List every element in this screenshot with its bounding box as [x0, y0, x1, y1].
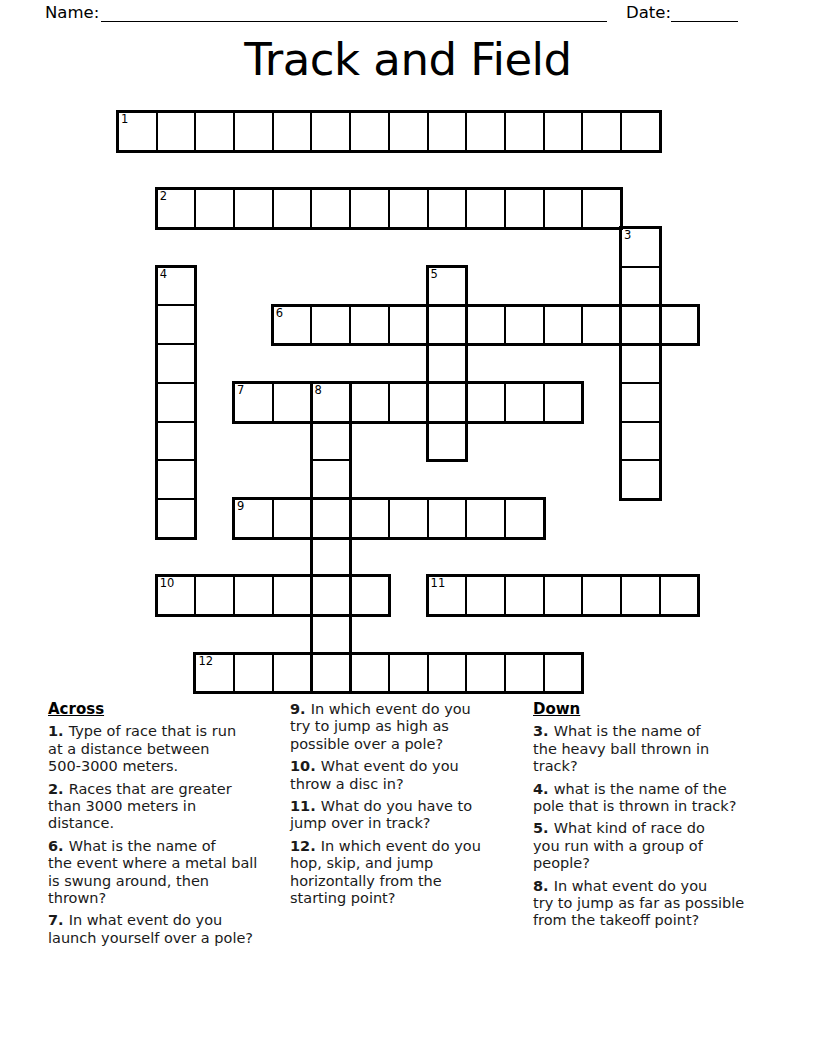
cell-r7c1[interactable] [157, 383, 196, 422]
clue-label: 3. [533, 723, 554, 739]
clue-number-3: 3 [624, 229, 631, 242]
cell-r12c10[interactable] [505, 576, 544, 615]
clue-label: 9. [290, 701, 311, 717]
clue-text: What kind of race do you run with a grou… [533, 820, 705, 871]
cell-r12c5[interactable] [311, 576, 350, 615]
clues-heading-down: Down [533, 701, 801, 718]
entry-2-across: 2 [155, 187, 623, 230]
cell-r0c7[interactable] [389, 112, 428, 151]
worksheet-page: Name: Date: Track and Field 123456789101… [0, 0, 816, 1056]
cell-r12c4[interactable] [273, 576, 312, 615]
cell-r12c13[interactable] [621, 576, 660, 615]
cell-r5c13[interactable] [621, 306, 660, 345]
cell-r2c4[interactable] [273, 189, 312, 228]
clue-number-8: 8 [315, 384, 322, 397]
cell-r2c6[interactable] [350, 189, 389, 228]
clue-4: 4. what is the name of the pole that is … [533, 781, 801, 816]
cell-r12c3[interactable] [234, 576, 273, 615]
cell-r8c8[interactable] [428, 422, 467, 461]
clue-label: 8. [533, 878, 554, 894]
clue-2: 2. Races that are greater than 3000 mete… [48, 781, 310, 833]
clue-number-1: 1 [121, 113, 128, 126]
cell-r14c4[interactable] [273, 654, 312, 693]
cell-r0c6[interactable] [350, 112, 389, 151]
cell-r5c11[interactable] [544, 306, 583, 345]
cell-r9c1[interactable] [157, 460, 196, 499]
entry-6-across: 6 [271, 304, 701, 347]
cell-r2c11[interactable] [544, 189, 583, 228]
cell-r9c13[interactable] [621, 460, 660, 499]
clue-label: 7. [48, 912, 69, 928]
entry-5-down: 5 [426, 265, 469, 463]
clue-text: Type of race that is run at a distance b… [48, 723, 236, 774]
entry-7-across: 7 [232, 381, 584, 424]
cell-r5c14[interactable] [660, 306, 699, 345]
cell-r10c5[interactable] [311, 499, 350, 538]
cell-r2c7[interactable] [389, 189, 428, 228]
cell-r12c12[interactable] [582, 576, 621, 615]
clue-number-7: 7 [237, 384, 244, 397]
clue-number-11: 11 [431, 577, 446, 590]
cell-r0c1[interactable] [157, 112, 196, 151]
cell-r0c10[interactable] [505, 112, 544, 151]
entry-11-across: 11 [426, 574, 701, 617]
cell-r7c13[interactable] [621, 383, 660, 422]
clue-text: Races that are greater than 3000 meters … [48, 781, 232, 832]
clue-number-6: 6 [276, 307, 283, 320]
clues-heading-across: Across [48, 701, 310, 718]
cell-r6c1[interactable] [157, 344, 196, 383]
cell-r10c6[interactable] [350, 499, 389, 538]
cell-r7c10[interactable] [505, 383, 544, 422]
cell-r0c11[interactable] [544, 112, 583, 151]
clue-3: 3. What is the name of the heavy ball th… [533, 723, 801, 775]
crossword-grid: 123456789101112 [0, 0, 816, 700]
cell-r4c1[interactable]: 4 [157, 267, 196, 306]
clue-text: In what event do you try to jump as far … [533, 878, 744, 929]
cell-r5c9[interactable] [466, 306, 505, 345]
clue-number-2: 2 [160, 190, 167, 203]
clue-number-5: 5 [431, 268, 438, 281]
cell-r4c13[interactable] [621, 267, 660, 306]
cell-r14c5[interactable] [311, 654, 350, 693]
cell-r9c5[interactable] [312, 460, 351, 499]
cell-r14c11[interactable] [544, 654, 583, 693]
cell-r11c5[interactable] [312, 538, 351, 577]
clue-9: 9. In which event do you try to jump as … [290, 701, 540, 753]
cell-r14c7[interactable] [389, 654, 428, 693]
cell-r7c6[interactable] [350, 383, 389, 422]
entry-9-across: 9 [232, 497, 546, 540]
cell-r7c8[interactable] [428, 383, 467, 422]
cell-r10c9[interactable] [466, 499, 505, 538]
cell-r14c6[interactable] [350, 654, 389, 693]
clue-label: 4. [533, 781, 554, 797]
clue-10: 10. What event do you throw a disc in? [290, 758, 540, 793]
clue-text: What is the name of the event where a me… [48, 838, 257, 906]
cell-r14c3[interactable] [234, 654, 273, 693]
cell-r0c13[interactable] [621, 112, 660, 151]
cell-r13c5[interactable] [312, 615, 351, 654]
cell-r10c3[interactable]: 9 [234, 499, 273, 538]
clue-label: 10. [290, 758, 321, 774]
cell-r5c4[interactable]: 6 [273, 306, 312, 345]
cell-r0c3[interactable] [234, 112, 273, 151]
clue-7: 7. In what event do you launch yourself … [48, 912, 310, 947]
cell-r7c11[interactable] [544, 383, 583, 422]
entry-10-across: 10 [155, 574, 391, 617]
cell-r5c1[interactable] [157, 305, 196, 344]
clues-column-down: Down3. What is the name of the heavy bal… [533, 701, 801, 935]
clue-label: 11. [290, 798, 321, 814]
cell-r0c5[interactable] [311, 112, 350, 151]
cell-r5c7[interactable] [389, 306, 428, 345]
cell-r10c10[interactable] [505, 499, 544, 538]
clue-label: 6. [48, 838, 69, 854]
cell-r12c11[interactable] [544, 576, 583, 615]
clue-11: 11. What do you have to jump over in tra… [290, 798, 540, 833]
cell-r6c13[interactable] [621, 344, 660, 383]
cell-r5c8[interactable] [428, 306, 467, 345]
clue-text: What is the name of the heavy ball throw… [533, 723, 709, 774]
cell-r2c10[interactable] [505, 189, 544, 228]
clue-label: 2. [48, 781, 69, 797]
cell-r8c1[interactable] [157, 422, 196, 461]
entry-12-across: 12 [193, 652, 584, 695]
cell-r4c8[interactable]: 5 [428, 267, 467, 306]
clues-column-across: Across1. Type of race that is run at a d… [48, 701, 310, 952]
clues-column-across-continued: 9. In which event do you try to jump as … [290, 701, 540, 912]
clue-number-9: 9 [237, 500, 244, 513]
cell-r7c5[interactable]: 8 [312, 383, 351, 422]
cell-r0c2[interactable] [195, 112, 234, 151]
clue-6: 6. What is the name of the event where a… [48, 838, 310, 908]
cell-r2c8[interactable] [428, 189, 467, 228]
clue-text: In which event do you try to jump as hig… [290, 701, 471, 752]
cell-r2c9[interactable] [466, 189, 505, 228]
cell-r0c4[interactable] [273, 112, 312, 151]
clue-number-12: 12 [198, 655, 213, 668]
cell-r2c1[interactable]: 2 [157, 189, 196, 228]
cell-r10c1[interactable] [157, 499, 196, 538]
cell-r7c3[interactable]: 7 [234, 383, 273, 422]
clue-8: 8. In what event do you try to jump as f… [533, 878, 801, 930]
cell-r0c0[interactable]: 1 [118, 112, 157, 151]
entry-1-across: 1 [116, 110, 662, 153]
clue-number-10: 10 [160, 577, 175, 590]
cell-r5c10[interactable] [505, 306, 544, 345]
cell-r0c12[interactable] [582, 112, 621, 151]
cell-r2c2[interactable] [195, 189, 234, 228]
cell-r14c8[interactable] [428, 654, 467, 693]
cell-r5c12[interactable] [582, 306, 621, 345]
cell-r5c6[interactable] [350, 306, 389, 345]
entry-3-down: 3 [619, 226, 662, 501]
cell-r2c12[interactable] [582, 189, 621, 228]
clue-label: 1. [48, 723, 69, 739]
cell-r14c10[interactable] [505, 654, 544, 693]
cell-r2c5[interactable] [311, 189, 350, 228]
cell-r14c9[interactable] [466, 654, 505, 693]
clue-label: 5. [533, 820, 554, 836]
cell-r12c9[interactable] [466, 576, 505, 615]
cell-r10c7[interactable] [389, 499, 428, 538]
cell-r3c13[interactable]: 3 [621, 228, 660, 267]
clue-number-4: 4 [160, 268, 167, 281]
clue-5: 5. What kind of race do you run with a g… [533, 820, 801, 872]
cell-r8c5[interactable] [312, 422, 351, 461]
clue-label: 12. [290, 838, 321, 854]
cell-r12c2[interactable] [195, 576, 234, 615]
cell-r7c7[interactable] [389, 383, 428, 422]
cell-r12c1[interactable]: 10 [157, 576, 196, 615]
cell-r0c9[interactable] [466, 112, 505, 151]
cell-r2c3[interactable] [234, 189, 273, 228]
cell-r5c5[interactable] [311, 306, 350, 345]
clue-text: what is the name of the pole that is thr… [533, 781, 736, 814]
cell-r7c4[interactable] [273, 383, 312, 422]
entry-4-down: 4 [155, 265, 198, 540]
cell-r6c8[interactable] [428, 344, 467, 383]
clue-1: 1. Type of race that is run at a distanc… [48, 723, 310, 775]
cell-r12c14[interactable] [660, 576, 699, 615]
cell-r0c8[interactable] [428, 112, 467, 151]
cell-r12c6[interactable] [350, 576, 389, 615]
clue-text: In what event do you launch yourself ove… [48, 912, 253, 945]
cell-r14c2[interactable]: 12 [195, 654, 234, 693]
clue-12: 12. In which event do you hop, skip, and… [290, 838, 540, 908]
cell-r8c13[interactable] [621, 422, 660, 461]
cell-r10c8[interactable] [428, 499, 467, 538]
cell-r10c4[interactable] [273, 499, 312, 538]
cell-r12c8[interactable]: 11 [428, 576, 467, 615]
cell-r7c9[interactable] [466, 383, 505, 422]
